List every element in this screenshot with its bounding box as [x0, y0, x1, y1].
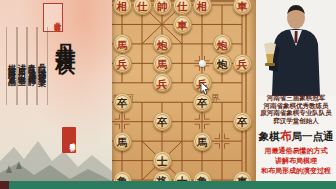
panel-title: 丹青讲棋 — [54, 27, 80, 131]
series-title-pre: 象棋 — [259, 130, 280, 142]
xiangqi-piece-red-炮[interactable]: 炮 — [213, 34, 232, 53]
credential-line: 弈汉学堂创始人 — [256, 118, 336, 126]
xiangqi-piece-black-卒[interactable]: 卒 — [193, 93, 212, 112]
xiangqi-piece-red-兵[interactable]: 兵 — [233, 54, 252, 73]
xiangqi-piece-black-馬[interactable]: 馬 — [193, 132, 212, 151]
xiangqi-piece-red-馬[interactable]: 馬 — [153, 54, 172, 73]
xiangqi-piece-black-卒[interactable]: 卒 — [113, 93, 132, 112]
xiangqi-piece-black-卒[interactable]: 卒 — [233, 112, 252, 131]
ink-mountains-art — [0, 127, 112, 189]
xiangqi-piece-red-帥[interactable]: 帥 — [153, 0, 172, 15]
xiangqi-piece-black-士[interactable]: 士 — [153, 151, 172, 170]
xiangqi-piece-red-仕[interactable]: 仕 — [133, 0, 152, 15]
xiangqi-piece-red-相[interactable]: 相 — [193, 0, 212, 15]
xiangqi-piece-red-車[interactable]: 車 — [173, 15, 192, 34]
description-line: 讲解布局棋理 — [256, 156, 336, 166]
last-move-origin-marker — [199, 60, 206, 67]
video-frame: 楚河 汉界 相仕帥仕相車車馬炮炮兵馬炮兵兵兵卒卒卒卒馬馬士象将士象車 丹青讲棋 … — [0, 0, 336, 189]
xiangqi-piece-black-馬[interactable]: 馬 — [113, 132, 132, 151]
xiangqi-piece-red-馬[interactable]: 馬 — [113, 34, 132, 53]
series-title: 象棋布局一点通 — [256, 128, 336, 145]
red-seal-bottom: 残局精讲 — [62, 127, 76, 153]
presenter-photo — [256, 0, 336, 96]
bottom-progress-bar — [0, 181, 336, 189]
xiangqi-piece-red-車[interactable]: 車 — [233, 0, 252, 15]
xiangqi-piece-black-炮[interactable]: 炮 — [213, 54, 232, 73]
bottom-bar-accent — [0, 181, 9, 189]
presenter-panel: 河南省三届象棋冠军 河南省象棋优秀教练员 原河南省象棋专业队队员 弈汉学堂创始人… — [256, 0, 336, 189]
description-line: 用最通俗易懂的方式 — [256, 146, 336, 156]
xiangqi-piece-red-炮[interactable]: 炮 — [153, 34, 172, 53]
xiangqi-piece-red-兵[interactable]: 兵 — [113, 54, 132, 73]
xiangqi-piece-red-相[interactable]: 相 — [113, 0, 132, 15]
xiangqi-piece-red-兵[interactable]: 兵 — [153, 73, 172, 92]
description-block: 用最通俗易懂的方式 讲解布局棋理 和布局形成的演变过程 — [256, 146, 336, 176]
xiangqi-piece-black-卒[interactable]: 卒 — [153, 112, 172, 131]
xiangqi-piece-red-仕[interactable]: 仕 — [173, 0, 192, 15]
series-title-post: 局一点通 — [292, 130, 334, 142]
poem-column-4: 棋室幽欣值高品 — [6, 27, 18, 105]
credentials-block: 河南省三届象棋冠军 河南省象棋优秀教练员 原河南省象棋专业队队员 弈汉学堂创始人 — [256, 95, 336, 125]
left-art-panel: 丹青讲棋 丹阳城南秋海棠 青咏浅深香雨静 讲席田边山鸟至 棋室幽欣值高品 丹青讲… — [0, 0, 112, 189]
series-title-accent: 布 — [279, 127, 293, 145]
description-line: 和布局形成的演变过程 — [256, 166, 336, 176]
mouse-cursor-icon — [200, 82, 210, 95]
